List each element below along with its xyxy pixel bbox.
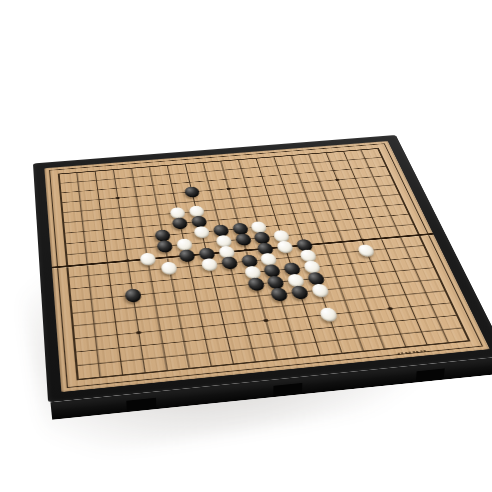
black-stone	[263, 264, 282, 278]
black-stone	[283, 262, 302, 276]
black-stone	[290, 285, 310, 300]
black-stone	[172, 217, 189, 230]
white-stone	[193, 226, 210, 239]
black-stone	[198, 247, 216, 260]
white-stone	[260, 253, 279, 267]
maker-mark	[397, 350, 426, 355]
white-stone	[217, 245, 235, 258]
black-stone	[184, 186, 201, 198]
white-stone	[243, 266, 262, 280]
white-stone	[139, 252, 156, 266]
black-stone	[240, 254, 258, 268]
white-stone	[161, 261, 179, 275]
white-stone	[200, 258, 218, 272]
hinge-notch	[415, 368, 444, 381]
black-stone	[220, 256, 238, 270]
black-stone	[256, 242, 274, 255]
product-photo-scene	[0, 0, 492, 492]
white-stone	[276, 240, 295, 253]
go-board	[33, 135, 492, 402]
hinge-notch	[273, 383, 302, 396]
black-stone	[270, 287, 289, 302]
black-stone	[234, 233, 252, 246]
white-stone	[302, 260, 321, 274]
white-stone	[357, 244, 377, 257]
hinge-notch	[126, 398, 156, 412]
